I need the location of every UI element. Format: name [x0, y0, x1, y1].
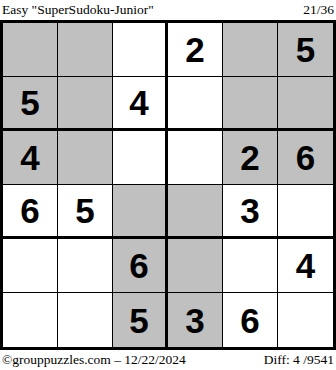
cell-r6c2[interactable] — [58, 293, 113, 347]
cell-r6c6[interactable] — [278, 293, 333, 347]
cell-r3c2[interactable] — [58, 131, 113, 185]
cell-r5c1[interactable] — [3, 239, 58, 293]
cell-r2c6[interactable] — [278, 77, 333, 131]
cell-r5c4[interactable] — [168, 239, 223, 293]
cell-r5c2[interactable] — [58, 239, 113, 293]
puzzle-title: Easy "SuperSudoku-Junior" — [2, 0, 154, 20]
cell-r3c6[interactable]: 6 — [278, 131, 333, 185]
cell-r2c3[interactable]: 4 — [113, 77, 168, 131]
cell-r5c6[interactable]: 4 — [278, 239, 333, 293]
puzzle-page: Easy "SuperSudoku-Junior" 21/36 25544266… — [0, 0, 336, 370]
cell-r6c5[interactable]: 6 — [223, 293, 278, 347]
cell-r5c5[interactable] — [223, 239, 278, 293]
cell-r6c3[interactable]: 5 — [113, 293, 168, 347]
sudoku-board: 255442665364536 — [0, 20, 336, 350]
cell-r4c2[interactable]: 5 — [58, 185, 113, 239]
given-digit: 6 — [296, 140, 315, 175]
footer: ©grouppuzzles.com – 12/22/2024 Diff: 4 /… — [0, 350, 336, 370]
given-digit: 5 — [75, 193, 94, 228]
cell-r2c1[interactable]: 5 — [3, 77, 58, 131]
given-digit: 5 — [20, 85, 39, 120]
cell-r2c4[interactable] — [168, 77, 223, 131]
copyright-text: ©grouppuzzles.com – 12/22/2024 — [2, 350, 186, 370]
cell-r1c1[interactable] — [3, 23, 58, 77]
given-digit: 5 — [296, 32, 315, 67]
given-digit: 4 — [20, 140, 39, 175]
cell-r1c3[interactable] — [113, 23, 168, 77]
cell-r6c4[interactable]: 3 — [168, 293, 223, 347]
difficulty-text: Diff: 4 /9541 — [264, 350, 334, 370]
cell-r3c3[interactable] — [113, 131, 168, 185]
cell-r4c4[interactable] — [168, 185, 223, 239]
cell-r1c2[interactable] — [58, 23, 113, 77]
given-digit: 4 — [296, 248, 315, 283]
given-digit: 3 — [185, 303, 204, 338]
cell-r1c6[interactable]: 5 — [278, 23, 333, 77]
cell-r4c6[interactable] — [278, 185, 333, 239]
cell-r3c1[interactable]: 4 — [3, 131, 58, 185]
given-digit: 6 — [129, 248, 148, 283]
cell-r6c1[interactable] — [3, 293, 58, 347]
cell-r3c5[interactable]: 2 — [223, 131, 278, 185]
cell-r5c3[interactable]: 6 — [113, 239, 168, 293]
cell-r4c3[interactable] — [113, 185, 168, 239]
cell-r1c4[interactable]: 2 — [168, 23, 223, 77]
cell-r4c5[interactable]: 3 — [223, 185, 278, 239]
cell-r1c5[interactable] — [223, 23, 278, 77]
given-digit: 6 — [240, 303, 259, 338]
header: Easy "SuperSudoku-Junior" 21/36 — [0, 0, 336, 20]
given-digit: 2 — [185, 32, 204, 67]
cell-r3c4[interactable] — [168, 131, 223, 185]
puzzle-counter: 21/36 — [303, 0, 334, 20]
given-digit: 5 — [129, 303, 148, 338]
given-digit: 4 — [129, 85, 148, 120]
cell-r4c1[interactable]: 6 — [3, 185, 58, 239]
given-digit: 6 — [20, 193, 39, 228]
cell-r2c5[interactable] — [223, 77, 278, 131]
given-digit: 2 — [240, 140, 259, 175]
given-digit: 3 — [240, 193, 259, 228]
cell-r2c2[interactable] — [58, 77, 113, 131]
